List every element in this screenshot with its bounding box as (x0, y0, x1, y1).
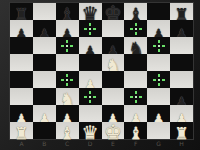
file-labels-row: ABCDEFGH (10, 139, 193, 149)
square-a1[interactable]: ♜ (10, 122, 33, 139)
move-marker-d7[interactable] (84, 23, 96, 35)
square-a5[interactable] (10, 54, 33, 71)
move-marker-c6[interactable] (61, 40, 73, 52)
square-d3[interactable] (79, 88, 102, 105)
square-a2[interactable]: ♟ (10, 105, 33, 122)
square-d8[interactable]: ♛ (79, 3, 102, 20)
file-label-f: F (124, 139, 147, 149)
square-d5[interactable] (79, 54, 102, 71)
square-c2[interactable]: ♟ (56, 105, 79, 122)
file-label-d: D (79, 139, 102, 149)
square-g1[interactable] (147, 122, 170, 139)
square-h7[interactable]: ♟ (170, 20, 193, 37)
square-b6[interactable] (33, 37, 56, 54)
move-marker-bar (61, 79, 73, 81)
square-d6[interactable]: ♟ (79, 37, 102, 54)
move-marker-bar (84, 28, 96, 30)
square-d2[interactable] (79, 105, 102, 122)
move-marker-g6[interactable] (153, 40, 165, 52)
file-label-g: G (147, 139, 170, 149)
square-h6[interactable] (170, 37, 193, 54)
square-g4[interactable] (147, 71, 170, 88)
square-f2[interactable]: ♟ (124, 105, 147, 122)
square-c3[interactable]: ♞ (56, 88, 79, 105)
move-marker-g4[interactable] (153, 74, 165, 86)
square-h3[interactable]: ♟ (170, 88, 193, 105)
square-a8[interactable]: ♜ (10, 3, 33, 20)
square-b2[interactable]: ♟ (33, 105, 56, 122)
square-e5[interactable]: ♞ (102, 54, 125, 71)
square-f1[interactable]: ♝ (124, 122, 147, 139)
square-a6[interactable] (10, 37, 33, 54)
square-f3[interactable] (124, 88, 147, 105)
square-c6[interactable] (56, 37, 79, 54)
square-c1[interactable]: ♝ (56, 122, 79, 139)
square-d1[interactable]: ♛ (79, 122, 102, 139)
file-label-b: B (33, 139, 56, 149)
square-g8[interactable] (147, 3, 170, 20)
move-marker-bar (153, 45, 165, 47)
square-e6[interactable]: ♟ (102, 37, 125, 54)
square-c8[interactable]: ♝ (56, 3, 79, 20)
move-marker-bar (153, 79, 165, 81)
square-c7[interactable]: ♟ (56, 20, 79, 37)
square-b5[interactable] (33, 54, 56, 71)
square-e4[interactable] (102, 71, 125, 88)
square-e8[interactable]: ♚ (102, 3, 125, 20)
move-marker-d3[interactable] (84, 91, 96, 103)
square-a7[interactable]: ♟ (10, 20, 33, 37)
square-h2[interactable]: ♟ (170, 105, 193, 122)
file-label-c: C (56, 139, 79, 149)
move-marker-f3[interactable] (130, 91, 142, 103)
square-h5[interactable] (170, 54, 193, 71)
square-h8[interactable]: ♜ (170, 3, 193, 20)
file-label-e: E (102, 139, 125, 149)
file-label-h: H (170, 139, 193, 149)
square-g7[interactable]: ♟ (147, 20, 170, 37)
square-f4[interactable] (124, 71, 147, 88)
square-e1[interactable]: ♚ (102, 122, 125, 139)
chess-board: ♜♝♛♚♝♜♟♟♟♟♟♟♟♞♞♟♞♟♟♟♟♟♟♟♟♜♝♛♚♝♜ (10, 3, 193, 139)
file-label-a: A (10, 139, 33, 149)
square-g5[interactable] (147, 54, 170, 71)
square-g6[interactable] (147, 37, 170, 54)
move-marker-bar (61, 45, 73, 47)
square-b7[interactable]: ♟ (33, 20, 56, 37)
square-f8[interactable]: ♝ (124, 3, 147, 20)
square-a4[interactable] (10, 71, 33, 88)
square-b1[interactable] (33, 122, 56, 139)
square-g2[interactable]: ♟ (147, 105, 170, 122)
square-f6[interactable]: ♞ (124, 37, 147, 54)
square-f5[interactable] (124, 54, 147, 71)
chess-app-window: ♜♝♛♚♝♜♟♟♟♟♟♟♟♞♞♟♞♟♟♟♟♟♟♟♟♜♝♛♚♝♜ ABCDEFGH (0, 0, 200, 150)
square-a3[interactable] (10, 88, 33, 105)
square-b8[interactable] (33, 3, 56, 20)
move-marker-c4[interactable] (61, 74, 73, 86)
square-b3[interactable] (33, 88, 56, 105)
square-h1[interactable]: ♜ (170, 122, 193, 139)
move-marker-f7[interactable] (130, 23, 142, 35)
square-g3[interactable] (147, 88, 170, 105)
square-c4[interactable] (56, 71, 79, 88)
square-b4[interactable] (33, 71, 56, 88)
move-marker-bar (130, 96, 142, 98)
move-marker-bar (84, 96, 96, 98)
square-e3[interactable] (102, 88, 125, 105)
square-h4[interactable] (170, 71, 193, 88)
square-e7[interactable] (102, 20, 125, 37)
square-d7[interactable] (79, 20, 102, 37)
square-c5[interactable] (56, 54, 79, 71)
square-d4[interactable]: ♟ (79, 71, 102, 88)
square-f7[interactable] (124, 20, 147, 37)
move-marker-bar (130, 28, 142, 30)
